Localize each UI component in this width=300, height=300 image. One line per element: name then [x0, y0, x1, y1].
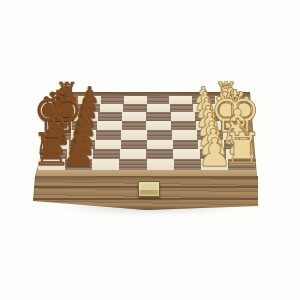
board-square: ♟: [69, 140, 95, 150]
board-square: ♜: [215, 96, 238, 104]
board-square: ♟: [74, 112, 98, 121]
board-square: [120, 149, 147, 159]
board-square: ♟: [200, 149, 227, 159]
board-square: [100, 104, 123, 112]
board-square: [98, 112, 122, 121]
board-square: [170, 104, 193, 112]
board-row: ♜♟♟♜: [38, 159, 256, 170]
board-square: ♞: [40, 149, 67, 159]
board-row: ♝♟♟♝: [43, 140, 251, 150]
board-square: ♝: [43, 140, 69, 150]
board-square: [95, 140, 121, 150]
board-square: [96, 130, 121, 139]
board-square: ♟: [71, 130, 96, 139]
board-square: ♟: [67, 149, 94, 159]
board-square: ♟: [201, 159, 228, 170]
board-square: [172, 130, 197, 139]
board-square: ♝: [219, 112, 243, 121]
board-square: ♟: [192, 96, 215, 104]
board-square: [146, 121, 171, 130]
board-square: ♛: [48, 121, 73, 130]
board-square: [121, 140, 147, 150]
board-square: ♟: [65, 159, 92, 170]
board-square: [147, 140, 173, 150]
board-square: [171, 112, 195, 121]
board-square: ♚: [223, 130, 248, 139]
board-square: ♟: [78, 96, 101, 104]
board-square: ♟: [193, 104, 216, 112]
board-square: [122, 112, 146, 121]
brass-latch: [138, 181, 160, 197]
board-front-rim: [26, 170, 267, 176]
board-square: ♝: [50, 112, 74, 121]
board-square: [119, 159, 146, 170]
chess-box: ♜♟♟♜♞♟♟♞♝♟♟♝♛♟♟♛♚♟♟♚♝♟♟♝♞♟♟♞♜♟♟♜: [26, 87, 267, 213]
board-square: [123, 104, 146, 112]
board-square: [173, 140, 199, 150]
board-square: ♟: [198, 140, 224, 150]
board-square: [147, 104, 170, 112]
box-joint-line: [28, 198, 265, 200]
board-square: [92, 159, 119, 170]
board-square: [147, 96, 170, 104]
board-square: ♛: [221, 121, 246, 130]
board-square: ♟: [76, 104, 99, 112]
board-square: [173, 149, 200, 159]
board-square: ♜: [38, 159, 65, 170]
board-square: ♜: [228, 159, 255, 170]
board-square: ♟: [196, 121, 221, 130]
board-square: ♚: [45, 130, 70, 139]
board-square: [121, 130, 146, 139]
board-square: [169, 96, 192, 104]
board-square: ♟: [72, 121, 97, 130]
board-row: ♛♟♟♛: [48, 121, 245, 130]
board-row: ♜♟♟♜: [56, 96, 238, 104]
board-square: ♝: [224, 140, 250, 150]
board-square: ♜: [56, 96, 79, 104]
board-square: [122, 121, 147, 130]
board-square: [171, 121, 196, 130]
board-square: [174, 159, 201, 170]
board-row: ♚♟♟♚: [45, 130, 248, 139]
board-square: [146, 112, 170, 121]
chess-set-product-photo: ♜♟♟♜♞♟♟♞♝♟♟♝♛♟♟♛♚♟♟♚♝♟♟♝♞♟♟♞♜♟♟♜: [0, 0, 300, 300]
board-square: ♞: [217, 104, 240, 112]
box-front: [26, 176, 267, 213]
board-square: [101, 96, 124, 104]
board-square: ♟: [197, 130, 222, 139]
board-square: ♟: [195, 112, 219, 121]
board-square: [147, 130, 172, 139]
chess-board: ♜♟♟♜♞♟♟♞♝♟♟♝♛♟♟♛♚♟♟♚♝♟♟♝♞♟♟♞♜♟♟♜: [26, 96, 267, 170]
board-row: ♞♟♟♞: [53, 104, 240, 112]
board-square: [97, 121, 122, 130]
board-square: [93, 149, 120, 159]
board-row: ♝♟♟♝: [50, 112, 242, 121]
board-row: ♞♟♟♞: [40, 149, 253, 159]
board-square: [124, 96, 147, 104]
board-square: [147, 159, 174, 170]
board-square: ♞: [226, 149, 253, 159]
board-square: [146, 149, 173, 159]
board-square: ♞: [53, 104, 76, 112]
